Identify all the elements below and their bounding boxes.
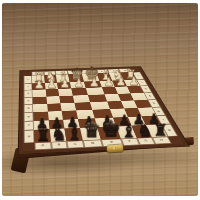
clasp-pin-icon [113, 147, 116, 150]
photo-scene: ABCDEFGH1♜♞♝♛♚♝♞♜12♟♟♟♟♟♟♟♟2334455667♟♟♟… [0, 0, 200, 200]
file-label: D [83, 140, 103, 148]
square: ♟ [32, 83, 45, 90]
white-pawn: ♟ [74, 78, 84, 89]
rank-label: 8 [24, 130, 35, 143]
black-bishop: ♝ [121, 122, 137, 139]
black-knight: ♞ [137, 122, 152, 138]
white-pawn: ♟ [89, 77, 99, 88]
square: ♟ [99, 81, 114, 88]
white-pawn: ♟ [34, 79, 45, 90]
square: ♟ [124, 80, 140, 87]
rank-label: 7 [24, 121, 34, 131]
square: ♛ [80, 127, 101, 140]
board-grid: ABCDEFGH1♜♞♝♛♚♝♞♜12♟♟♟♟♟♟♟♟2334455667♟♟♟… [24, 68, 182, 150]
white-pawn: ♟ [103, 77, 113, 88]
white-pawn: ♟ [60, 78, 70, 89]
chess-set-product-photo: ABCDEFGH1♜♞♝♛♚♝♞♜12♟♟♟♟♟♟♟♟2334455667♟♟♟… [0, 0, 200, 200]
square: ♞ [49, 129, 66, 142]
brass-clasp-icon [107, 144, 123, 152]
file-label: A [35, 142, 52, 150]
black-queen: ♛ [83, 121, 101, 140]
black-knight: ♞ [51, 126, 67, 143]
white-pawn: ♟ [116, 76, 126, 87]
chess-board: ABCDEFGH1♜♞♝♛♚♝♞♜12♟♟♟♟♟♟♟♟2334455667♟♟♟… [19, 66, 189, 154]
square: ♟ [45, 83, 59, 90]
black-rook: ♜ [153, 122, 168, 137]
file-label: B [51, 141, 68, 149]
frame-corner [24, 143, 35, 151]
black-bishop: ♝ [67, 124, 84, 141]
black-king: ♚ [101, 119, 121, 140]
black-rook: ♜ [35, 127, 50, 143]
square: ♟ [57, 82, 71, 89]
file-label: C [67, 140, 85, 148]
square: ♝ [65, 128, 83, 141]
white-pawn: ♟ [47, 79, 58, 90]
square: ♟ [112, 80, 127, 87]
white-pawn: ♟ [129, 76, 139, 87]
square: ♜ [34, 129, 51, 142]
